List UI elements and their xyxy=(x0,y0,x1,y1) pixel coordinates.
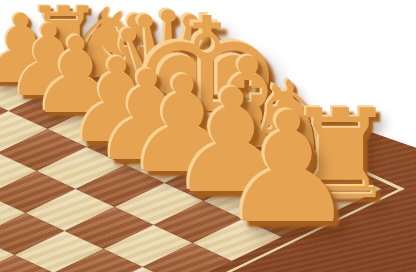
chess-set-photo: ♜♞♝♛♚♝♞♜♟♟♟♟♟♟♟♟ Photograph of a wooden … xyxy=(0,0,416,272)
pieces-layer: ♜♞♝♛♚♝♞♜♟♟♟♟♟♟♟♟ xyxy=(0,0,416,272)
piece-white-pawn-h2[interactable]: ♟ xyxy=(219,92,356,245)
